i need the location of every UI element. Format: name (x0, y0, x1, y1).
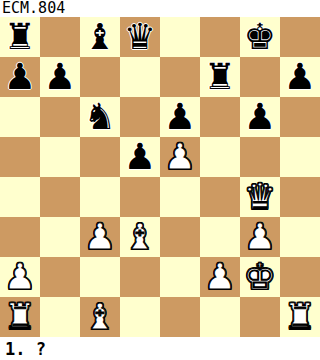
square-c7[interactable] (80, 57, 120, 97)
square-g7[interactable] (240, 57, 280, 97)
square-e4[interactable] (160, 177, 200, 217)
square-a5[interactable] (0, 137, 40, 177)
square-g3[interactable]: ♟ (240, 217, 280, 257)
piece-white-pawn[interactable]: ♟ (84, 219, 116, 255)
piece-black-pawn[interactable]: ♟ (244, 99, 276, 135)
square-d4[interactable] (120, 177, 160, 217)
piece-black-pawn[interactable]: ♟ (124, 139, 156, 175)
piece-white-rook[interactable]: ♜ (284, 299, 316, 335)
square-f2[interactable]: ♟ (200, 257, 240, 297)
square-c1[interactable]: ♝ (80, 297, 120, 337)
square-d7[interactable] (120, 57, 160, 97)
square-f3[interactable] (200, 217, 240, 257)
square-d5[interactable]: ♟ (120, 137, 160, 177)
square-e2[interactable] (160, 257, 200, 297)
square-a7[interactable]: ♟ (0, 57, 40, 97)
square-e3[interactable] (160, 217, 200, 257)
square-h4[interactable] (280, 177, 320, 217)
square-d6[interactable] (120, 97, 160, 137)
piece-black-rook[interactable]: ♜ (4, 19, 36, 55)
square-d1[interactable] (120, 297, 160, 337)
square-e6[interactable]: ♟ (160, 97, 200, 137)
square-g4[interactable]: ♛ (240, 177, 280, 217)
square-a4[interactable] (0, 177, 40, 217)
square-f1[interactable] (200, 297, 240, 337)
square-a6[interactable] (0, 97, 40, 137)
square-c4[interactable] (80, 177, 120, 217)
square-d3[interactable]: ♝ (120, 217, 160, 257)
square-g6[interactable]: ♟ (240, 97, 280, 137)
diagram-title: ECM.804 (0, 0, 320, 17)
square-h8[interactable] (280, 17, 320, 57)
piece-white-pawn[interactable]: ♟ (164, 139, 196, 175)
piece-white-pawn[interactable]: ♟ (204, 259, 236, 295)
square-d2[interactable] (120, 257, 160, 297)
square-g8[interactable]: ♚ (240, 17, 280, 57)
square-c5[interactable] (80, 137, 120, 177)
square-h5[interactable] (280, 137, 320, 177)
square-f7[interactable]: ♜ (200, 57, 240, 97)
piece-black-king[interactable]: ♚ (244, 19, 276, 55)
square-b7[interactable]: ♟ (40, 57, 80, 97)
piece-black-queen[interactable]: ♛ (124, 19, 156, 55)
square-c3[interactable]: ♟ (80, 217, 120, 257)
piece-black-bishop[interactable]: ♝ (84, 19, 116, 55)
square-h3[interactable] (280, 217, 320, 257)
square-b3[interactable] (40, 217, 80, 257)
square-g1[interactable] (240, 297, 280, 337)
square-b5[interactable] (40, 137, 80, 177)
square-h1[interactable]: ♜ (280, 297, 320, 337)
move-prompt: 1. ? (0, 337, 320, 360)
square-b4[interactable] (40, 177, 80, 217)
square-b6[interactable] (40, 97, 80, 137)
piece-black-pawn[interactable]: ♟ (44, 59, 76, 95)
square-f6[interactable] (200, 97, 240, 137)
piece-white-queen[interactable]: ♛ (244, 179, 276, 215)
square-e8[interactable] (160, 17, 200, 57)
square-g2[interactable]: ♚ (240, 257, 280, 297)
square-e7[interactable] (160, 57, 200, 97)
square-g5[interactable] (240, 137, 280, 177)
square-f4[interactable] (200, 177, 240, 217)
piece-white-bishop[interactable]: ♝ (124, 219, 156, 255)
chess-board: ♜♝♛♚♟♟♜♟♞♟♟♟♟♛♟♝♟♟♟♚♜♝♜ (0, 17, 320, 337)
piece-black-pawn[interactable]: ♟ (4, 59, 36, 95)
square-f8[interactable] (200, 17, 240, 57)
square-c6[interactable]: ♞ (80, 97, 120, 137)
square-c8[interactable]: ♝ (80, 17, 120, 57)
square-h2[interactable] (280, 257, 320, 297)
square-a3[interactable] (0, 217, 40, 257)
piece-black-pawn[interactable]: ♟ (284, 59, 316, 95)
piece-white-king[interactable]: ♚ (244, 259, 276, 295)
square-c2[interactable] (80, 257, 120, 297)
square-b2[interactable] (40, 257, 80, 297)
piece-black-rook[interactable]: ♜ (204, 59, 236, 95)
square-h7[interactable]: ♟ (280, 57, 320, 97)
piece-black-pawn[interactable]: ♟ (164, 99, 196, 135)
square-e5[interactable]: ♟ (160, 137, 200, 177)
square-b8[interactable] (40, 17, 80, 57)
piece-white-rook[interactable]: ♜ (4, 299, 36, 335)
square-h6[interactable] (280, 97, 320, 137)
piece-white-pawn[interactable]: ♟ (244, 219, 276, 255)
square-a1[interactable]: ♜ (0, 297, 40, 337)
piece-white-pawn[interactable]: ♟ (4, 259, 36, 295)
square-a8[interactable]: ♜ (0, 17, 40, 57)
square-f5[interactable] (200, 137, 240, 177)
piece-black-knight[interactable]: ♞ (84, 99, 116, 135)
square-b1[interactable] (40, 297, 80, 337)
square-d8[interactable]: ♛ (120, 17, 160, 57)
square-e1[interactable] (160, 297, 200, 337)
piece-white-bishop[interactable]: ♝ (84, 299, 116, 335)
square-a2[interactable]: ♟ (0, 257, 40, 297)
